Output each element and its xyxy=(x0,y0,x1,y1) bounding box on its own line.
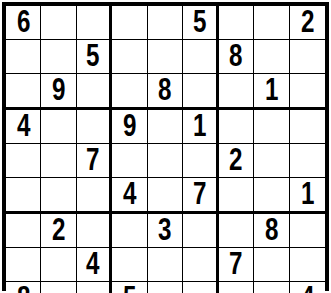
cell-r7c2[interactable]: 2 xyxy=(41,214,76,248)
cell-r4c6[interactable]: 1 xyxy=(183,110,218,144)
given-digit: 7 xyxy=(86,144,99,177)
cell-r7c3[interactable] xyxy=(77,214,112,248)
cell-r9c9[interactable]: 4 xyxy=(290,282,325,293)
cell-r8c1[interactable] xyxy=(6,248,41,282)
cell-r2c8[interactable] xyxy=(254,40,289,74)
cell-r3c2[interactable]: 9 xyxy=(41,74,76,110)
cell-r9c8[interactable] xyxy=(254,282,289,293)
cell-r5c9[interactable] xyxy=(290,144,325,178)
cell-r6c7[interactable] xyxy=(219,178,254,214)
cell-r9c4[interactable]: 5 xyxy=(112,282,147,293)
cell-r7c7[interactable] xyxy=(219,214,254,248)
cell-r4c8[interactable] xyxy=(254,110,289,144)
cell-r5c7[interactable]: 2 xyxy=(219,144,254,178)
cell-r8c4[interactable] xyxy=(112,248,147,282)
cell-r9c7[interactable] xyxy=(219,282,254,293)
cell-r6c3[interactable] xyxy=(77,178,112,214)
cell-r1c4[interactable] xyxy=(112,6,147,40)
cell-r6c2[interactable] xyxy=(41,178,76,214)
sudoku-board: 652589814917247123847854 xyxy=(2,2,329,291)
cell-r8c8[interactable] xyxy=(254,248,289,282)
cell-r5c6[interactable] xyxy=(183,144,218,178)
cell-r3c6[interactable] xyxy=(183,74,218,110)
given-digit: 2 xyxy=(301,6,314,39)
cell-r4c4[interactable]: 9 xyxy=(112,110,147,144)
cell-r1c2[interactable] xyxy=(41,6,76,40)
cell-r5c4[interactable] xyxy=(112,144,147,178)
given-digit: 2 xyxy=(52,214,65,247)
given-digit: 8 xyxy=(229,40,242,73)
cell-r9c6[interactable] xyxy=(183,282,218,293)
cell-r1c3[interactable] xyxy=(77,6,112,40)
cell-r6c8[interactable] xyxy=(254,178,289,214)
cell-r7c6[interactable] xyxy=(183,214,218,248)
cell-r2c4[interactable] xyxy=(112,40,147,74)
cell-r4c5[interactable] xyxy=(148,110,183,144)
cell-r8c9[interactable] xyxy=(290,248,325,282)
cell-r9c5[interactable] xyxy=(148,282,183,293)
cell-r1c8[interactable] xyxy=(254,6,289,40)
cell-r3c7[interactable] xyxy=(219,74,254,110)
cell-r1c7[interactable] xyxy=(219,6,254,40)
given-digit: 9 xyxy=(52,74,65,107)
cell-r5c8[interactable] xyxy=(254,144,289,178)
given-digit: 4 xyxy=(301,282,314,293)
cell-r3c3[interactable] xyxy=(77,74,112,110)
given-digit: 4 xyxy=(86,248,99,281)
cell-r5c2[interactable] xyxy=(41,144,76,178)
cell-r9c2[interactable] xyxy=(41,282,76,293)
cell-r8c5[interactable] xyxy=(148,248,183,282)
given-digit: 2 xyxy=(229,144,242,177)
given-digit: 9 xyxy=(123,110,136,143)
cell-r6c5[interactable] xyxy=(148,178,183,214)
cell-r7c4[interactable] xyxy=(112,214,147,248)
cell-r5c3[interactable]: 7 xyxy=(77,144,112,178)
cell-r7c1[interactable] xyxy=(6,214,41,248)
cell-r8c7[interactable]: 7 xyxy=(219,248,254,282)
cell-r4c3[interactable] xyxy=(77,110,112,144)
given-digit: 1 xyxy=(265,74,278,107)
given-digit: 8 xyxy=(16,282,29,293)
cell-r7c9[interactable] xyxy=(290,214,325,248)
cell-r7c5[interactable]: 3 xyxy=(148,214,183,248)
cell-r2c9[interactable] xyxy=(290,40,325,74)
cell-r1c1[interactable]: 6 xyxy=(6,6,41,40)
cell-r8c3[interactable]: 4 xyxy=(77,248,112,282)
cell-r3c9[interactable] xyxy=(290,74,325,110)
cell-r3c8[interactable]: 1 xyxy=(254,74,289,110)
cell-r2c2[interactable] xyxy=(41,40,76,74)
cell-r8c2[interactable] xyxy=(41,248,76,282)
cell-r2c3[interactable]: 5 xyxy=(77,40,112,74)
cell-r5c1[interactable] xyxy=(6,144,41,178)
cell-r4c7[interactable] xyxy=(219,110,254,144)
cell-r2c7[interactable]: 8 xyxy=(219,40,254,74)
cell-r6c4[interactable]: 4 xyxy=(112,178,147,214)
given-digit: 4 xyxy=(16,110,29,143)
cell-r2c6[interactable] xyxy=(183,40,218,74)
cell-r3c5[interactable]: 8 xyxy=(148,74,183,110)
cell-r1c5[interactable] xyxy=(148,6,183,40)
cell-r1c6[interactable]: 5 xyxy=(183,6,218,40)
cell-r4c2[interactable] xyxy=(41,110,76,144)
cell-r1c9[interactable]: 2 xyxy=(290,6,325,40)
given-digit: 1 xyxy=(193,110,206,143)
cell-r6c9[interactable]: 1 xyxy=(290,178,325,214)
given-digit: 3 xyxy=(158,214,171,247)
cell-r5c5[interactable] xyxy=(148,144,183,178)
cell-r3c1[interactable] xyxy=(6,74,41,110)
cell-r6c1[interactable] xyxy=(6,178,41,214)
cell-r9c1[interactable]: 8 xyxy=(6,282,41,293)
sudoku-page: 652589814917247123847854 xyxy=(0,0,331,293)
given-digit: 7 xyxy=(193,178,206,211)
given-digit: 5 xyxy=(123,282,136,293)
given-digit: 5 xyxy=(193,6,206,39)
cell-r3c4[interactable] xyxy=(112,74,147,110)
given-digit: 6 xyxy=(16,6,29,39)
cell-r4c1[interactable]: 4 xyxy=(6,110,41,144)
given-digit: 1 xyxy=(301,178,314,211)
given-digit: 7 xyxy=(229,248,242,281)
cell-r6c6[interactable]: 7 xyxy=(183,178,218,214)
cell-r9c3[interactable] xyxy=(77,282,112,293)
cell-r8c6[interactable] xyxy=(183,248,218,282)
given-digit: 4 xyxy=(123,178,136,211)
given-digit: 8 xyxy=(265,214,278,247)
cell-r2c5[interactable] xyxy=(148,40,183,74)
cell-r4c9[interactable] xyxy=(290,110,325,144)
cell-r7c8[interactable]: 8 xyxy=(254,214,289,248)
given-digit: 8 xyxy=(158,74,171,107)
given-digit: 5 xyxy=(86,40,99,73)
cell-r2c1[interactable] xyxy=(6,40,41,74)
